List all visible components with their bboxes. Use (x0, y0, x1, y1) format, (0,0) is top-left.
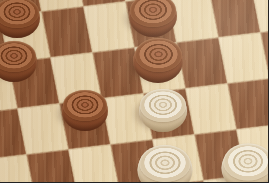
checker-piece-brown[interactable] (129, 0, 177, 37)
checker-piece-brown[interactable] (0, 0, 40, 38)
checker-piece-brown[interactable] (133, 39, 183, 83)
checker-piece-white[interactable] (222, 145, 269, 183)
piece-top-face (223, 144, 268, 181)
piece-top-face (135, 38, 182, 72)
checker-piece-white[interactable] (138, 146, 193, 182)
checker-piece-brown[interactable] (62, 91, 108, 131)
board-square (218, 32, 268, 83)
piece-top-face (63, 90, 106, 121)
checker-piece-white[interactable] (139, 90, 187, 132)
piece-top-face (140, 89, 185, 122)
board-square (209, 0, 260, 37)
checker-piece-brown[interactable] (0, 42, 37, 82)
checkers-board-photo (0, 0, 268, 182)
piece-top-face (139, 145, 191, 182)
